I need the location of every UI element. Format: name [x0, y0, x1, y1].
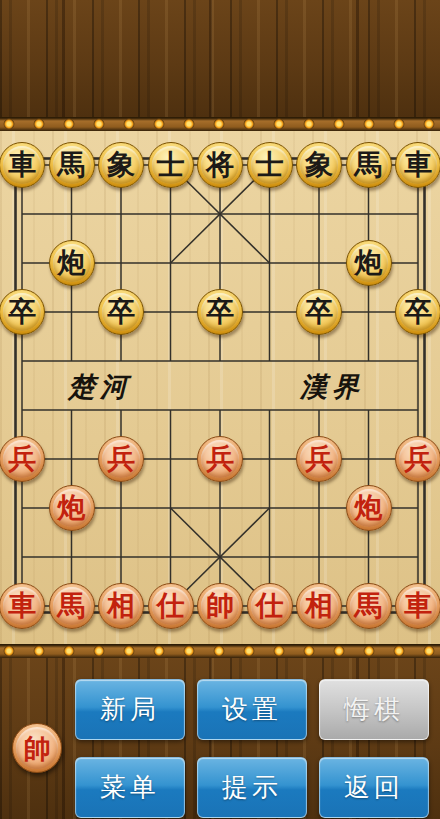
piece-red[interactable]: 車 — [395, 583, 440, 629]
piece-char: 炮 — [355, 249, 383, 277]
piece-char: 仕 — [256, 592, 284, 620]
menu-button[interactable]: 菜单 — [75, 757, 185, 818]
piece-black[interactable]: 車 — [395, 142, 440, 188]
undo-button[interactable]: 悔棋 — [319, 679, 429, 740]
turn-indicator-char: 帥 — [24, 735, 51, 762]
piece-black[interactable]: 炮 — [49, 240, 95, 286]
piece-char: 車 — [404, 592, 432, 620]
piece-char: 兵 — [206, 445, 234, 473]
piece-black[interactable]: 馬 — [49, 142, 95, 188]
piece-red[interactable]: 炮 — [346, 485, 392, 531]
turn-indicator: 帥 — [12, 723, 62, 773]
piece-red[interactable]: 帥 — [197, 583, 243, 629]
piece-char: 相 — [107, 592, 135, 620]
piece-char: 象 — [305, 151, 333, 179]
piece-char: 士 — [256, 151, 284, 179]
piece-black[interactable]: 将 — [197, 142, 243, 188]
piece-red[interactable]: 兵 — [395, 436, 440, 482]
piece-char: 車 — [8, 592, 36, 620]
piece-char: 兵 — [107, 445, 135, 473]
piece-red[interactable]: 相 — [98, 583, 144, 629]
piece-char: 卒 — [8, 298, 36, 326]
piece-red[interactable]: 兵 — [197, 436, 243, 482]
settings-button[interactable]: 设置 — [197, 679, 307, 740]
piece-black[interactable]: 卒 — [0, 289, 45, 335]
piece-char: 炮 — [58, 249, 86, 277]
piece-red[interactable]: 馬 — [346, 583, 392, 629]
new-game-button[interactable]: 新局 — [75, 679, 185, 740]
piece-char: 卒 — [404, 298, 432, 326]
river-text-left: 楚河 — [67, 371, 132, 402]
piece-char: 車 — [8, 151, 36, 179]
piece-char: 象 — [107, 151, 135, 179]
piece-black[interactable]: 車 — [0, 142, 45, 188]
piece-char: 仕 — [157, 592, 185, 620]
piece-black[interactable]: 卒 — [296, 289, 342, 335]
piece-red[interactable]: 相 — [296, 583, 342, 629]
piece-char: 卒 — [206, 298, 234, 326]
piece-black[interactable]: 士 — [247, 142, 293, 188]
piece-char: 馬 — [355, 151, 383, 179]
piece-red[interactable]: 車 — [0, 583, 45, 629]
piece-black[interactable]: 馬 — [346, 142, 392, 188]
board-grid: 楚河 漢界 — [0, 131, 440, 644]
piece-char: 炮 — [355, 494, 383, 522]
app-screen: 楚河 漢界 車馬象士将士象馬車炮炮卒卒卒卒卒兵兵兵兵兵炮炮車馬相仕帥仕相馬車 帥… — [0, 0, 440, 819]
piece-char: 卒 — [107, 298, 135, 326]
piece-red[interactable]: 馬 — [49, 583, 95, 629]
piece-black[interactable]: 士 — [148, 142, 194, 188]
piece-char: 馬 — [58, 151, 86, 179]
piece-black[interactable]: 卒 — [395, 289, 440, 335]
piece-char: 馬 — [58, 592, 86, 620]
piece-black[interactable]: 卒 — [98, 289, 144, 335]
piece-char: 馬 — [355, 592, 383, 620]
piece-char: 兵 — [404, 445, 432, 473]
piece-red[interactable]: 仕 — [247, 583, 293, 629]
piece-red[interactable]: 兵 — [98, 436, 144, 482]
piece-red[interactable]: 兵 — [296, 436, 342, 482]
xiangqi-board[interactable]: 楚河 漢界 車馬象士将士象馬車炮炮卒卒卒卒卒兵兵兵兵兵炮炮車馬相仕帥仕相馬車 — [0, 131, 440, 644]
button-grid: 新局 设置 悔棋 菜单 提示 返回 — [75, 679, 429, 818]
piece-black[interactable]: 象 — [98, 142, 144, 188]
piece-char: 士 — [157, 151, 185, 179]
river-text-right: 漢界 — [299, 371, 364, 402]
piece-red[interactable]: 兵 — [0, 436, 45, 482]
piece-char: 帥 — [206, 592, 234, 620]
piece-black[interactable]: 卒 — [197, 289, 243, 335]
piece-char: 将 — [206, 151, 234, 179]
piece-char: 相 — [305, 592, 333, 620]
piece-black[interactable]: 炮 — [346, 240, 392, 286]
piece-red[interactable]: 仕 — [148, 583, 194, 629]
piece-black[interactable]: 象 — [296, 142, 342, 188]
board-frame-bottom — [0, 644, 440, 658]
piece-char: 兵 — [305, 445, 333, 473]
top-wood-panel — [0, 0, 440, 117]
board-frame-top — [0, 117, 440, 131]
piece-char: 炮 — [58, 494, 86, 522]
hint-button[interactable]: 提示 — [197, 757, 307, 818]
back-button[interactable]: 返回 — [319, 757, 429, 818]
piece-red[interactable]: 炮 — [49, 485, 95, 531]
piece-char: 車 — [404, 151, 432, 179]
piece-char: 卒 — [305, 298, 333, 326]
piece-char: 兵 — [8, 445, 36, 473]
